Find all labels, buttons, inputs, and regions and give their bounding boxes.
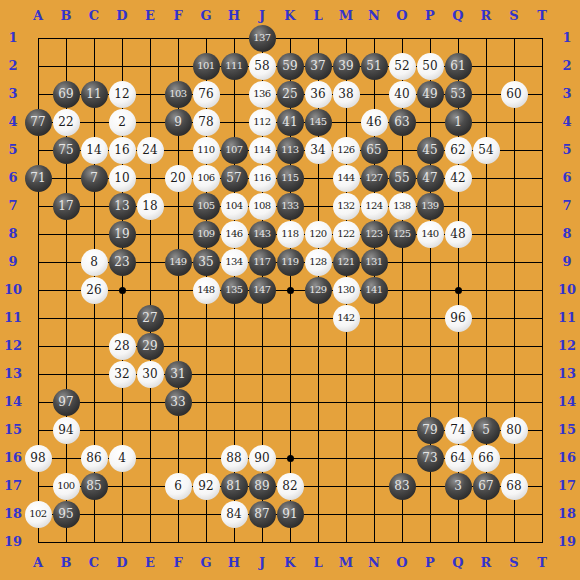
row-label-left-1: 1 (0, 30, 26, 46)
stone-move-number: 128 (309, 257, 326, 267)
stone-white-108-J7: 108 (249, 193, 276, 220)
stone-move-number: 139 (421, 201, 438, 211)
stone-move-number: 8 (90, 256, 98, 268)
stone-move-number: 136 (253, 89, 270, 99)
stone-move-number: 24 (142, 144, 157, 156)
stone-move-number: 116 (253, 173, 270, 183)
stone-white-36-L3: 36 (305, 81, 332, 108)
stone-move-number: 42 (450, 172, 465, 184)
stone-white-42-Q6: 42 (445, 165, 472, 192)
stone-black-51-N2: 51 (361, 53, 388, 80)
stone-black-9-F4: 9 (165, 109, 192, 136)
stone-move-number: 122 (337, 229, 354, 239)
stone-white-130-M10: 130 (333, 277, 360, 304)
stone-white-86-C16: 86 (81, 445, 108, 472)
stone-black-103-F3: 103 (165, 81, 192, 108)
stone-move-number: 53 (450, 88, 465, 100)
stone-black-47-P6: 47 (417, 165, 444, 192)
stone-move-number: 86 (86, 452, 101, 464)
col-label-top-H: H (220, 8, 248, 24)
row-label-left-4: 4 (0, 114, 26, 130)
stone-black-33-F14: 33 (165, 389, 192, 416)
col-label-top-E: E (136, 8, 164, 24)
stone-white-60-S3: 60 (501, 81, 528, 108)
stone-move-number: 125 (393, 229, 410, 239)
stone-move-number: 73 (422, 452, 437, 464)
stone-move-number: 10 (114, 172, 129, 184)
col-label-bottom-K: K (276, 555, 304, 571)
stone-black-27-E11: 27 (137, 305, 164, 332)
row-label-right-8: 8 (554, 226, 580, 242)
row-label-left-3: 3 (0, 86, 26, 102)
col-label-top-N: N (360, 8, 388, 24)
stone-white-4-D16: 4 (109, 445, 136, 472)
stone-white-28-D12: 28 (109, 333, 136, 360)
stone-white-52-O2: 52 (389, 53, 416, 80)
stone-move-number: 107 (225, 145, 242, 155)
col-label-top-G: G (192, 8, 220, 24)
stone-move-number: 71 (30, 172, 45, 184)
stone-black-143-J8: 143 (249, 221, 276, 248)
stone-white-14-C5: 14 (81, 137, 108, 164)
stone-move-number: 118 (281, 229, 298, 239)
star-point-K16 (287, 455, 294, 462)
stone-move-number: 149 (169, 257, 186, 267)
stone-move-number: 87 (254, 508, 269, 520)
stone-white-18-E7: 18 (137, 193, 164, 220)
stone-black-19-D8: 19 (109, 221, 136, 248)
stone-white-22-B4: 22 (53, 109, 80, 136)
stone-black-41-K4: 41 (277, 109, 304, 136)
stone-move-number: 131 (365, 257, 382, 267)
stone-black-35-G9: 35 (193, 249, 220, 276)
stone-move-number: 102 (29, 509, 46, 519)
stone-move-number: 61 (450, 60, 465, 72)
col-label-bottom-M: M (332, 555, 360, 571)
stone-black-13-D7: 13 (109, 193, 136, 220)
stone-move-number: 34 (310, 144, 325, 156)
stone-move-number: 26 (86, 284, 101, 296)
row-label-left-13: 13 (0, 366, 26, 382)
row-label-right-14: 14 (554, 394, 580, 410)
stone-move-number: 62 (450, 144, 465, 156)
stone-black-71-A6: 71 (25, 165, 52, 192)
col-label-bottom-O: O (388, 555, 416, 571)
stone-black-57-H6: 57 (221, 165, 248, 192)
stone-move-number: 63 (394, 116, 409, 128)
stone-black-111-H2: 111 (221, 53, 248, 80)
row-label-right-13: 13 (554, 366, 580, 382)
col-label-bottom-Q: Q (444, 555, 472, 571)
stone-black-17-B7: 17 (53, 193, 80, 220)
col-label-top-A: A (24, 8, 52, 24)
stone-black-129-L10: 129 (305, 277, 332, 304)
stone-move-number: 105 (197, 201, 214, 211)
row-label-right-16: 16 (554, 450, 580, 466)
stone-black-87-J18: 87 (249, 501, 276, 528)
stone-move-number: 9 (174, 116, 182, 128)
stone-white-16-D5: 16 (109, 137, 136, 164)
stone-move-number: 58 (254, 60, 269, 72)
stone-black-65-N5: 65 (361, 137, 388, 164)
stone-white-94-B15: 94 (53, 417, 80, 444)
row-label-right-11: 11 (554, 310, 580, 326)
star-point-K10 (287, 287, 294, 294)
stone-black-67-R17: 67 (473, 473, 500, 500)
stone-move-number: 39 (338, 60, 353, 72)
stone-white-114-J5: 114 (249, 137, 276, 164)
stone-black-105-G7: 105 (193, 193, 220, 220)
stone-move-number: 29 (142, 340, 157, 352)
stone-move-number: 108 (253, 201, 270, 211)
stone-black-149-F9: 149 (165, 249, 192, 276)
stone-white-148-G10: 148 (193, 277, 220, 304)
row-label-left-15: 15 (0, 422, 26, 438)
stone-white-132-M7: 132 (333, 193, 360, 220)
stone-move-number: 81 (226, 480, 241, 492)
row-label-right-10: 10 (554, 282, 580, 298)
stone-black-3-Q17: 3 (445, 473, 472, 500)
col-label-bottom-D: D (108, 555, 136, 571)
stone-black-11-C3: 11 (81, 81, 108, 108)
col-label-bottom-T: T (528, 555, 556, 571)
row-label-right-9: 9 (554, 254, 580, 270)
stone-black-39-M2: 39 (333, 53, 360, 80)
stone-white-126-M5: 126 (333, 137, 360, 164)
stone-black-121-M9: 121 (333, 249, 360, 276)
stone-white-74-Q15: 74 (445, 417, 472, 444)
col-label-top-C: C (80, 8, 108, 24)
stone-move-number: 67 (478, 480, 493, 492)
row-label-left-14: 14 (0, 394, 26, 410)
col-label-bottom-P: P (416, 555, 444, 571)
stone-black-79-P15: 79 (417, 417, 444, 444)
stone-move-number: 145 (309, 117, 326, 127)
stone-move-number: 91 (282, 508, 297, 520)
stone-move-number: 57 (226, 172, 241, 184)
col-label-top-K: K (276, 8, 304, 24)
stone-move-number: 65 (366, 144, 381, 156)
stone-white-8-C9: 8 (81, 249, 108, 276)
stone-black-139-P7: 139 (417, 193, 444, 220)
stone-move-number: 95 (58, 508, 73, 520)
stone-move-number: 54 (478, 144, 493, 156)
stone-move-number: 49 (422, 88, 437, 100)
stone-move-number: 132 (337, 201, 354, 211)
stone-black-75-B5: 75 (53, 137, 80, 164)
stone-white-122-M8: 122 (333, 221, 360, 248)
stone-black-141-N10: 141 (361, 277, 388, 304)
stone-move-number: 129 (309, 285, 326, 295)
row-label-left-19: 19 (0, 534, 26, 550)
col-label-top-T: T (528, 8, 556, 24)
stone-move-number: 144 (337, 173, 354, 183)
stone-move-number: 6 (174, 480, 182, 492)
stone-white-134-H9: 134 (221, 249, 248, 276)
row-label-right-12: 12 (554, 338, 580, 354)
stone-black-91-K18: 91 (277, 501, 304, 528)
col-label-bottom-A: A (24, 555, 52, 571)
stone-move-number: 32 (114, 368, 129, 380)
stone-black-25-K3: 25 (277, 81, 304, 108)
stone-move-number: 103 (169, 89, 186, 99)
stone-move-number: 19 (114, 228, 129, 240)
stone-white-48-Q8: 48 (445, 221, 472, 248)
stone-white-76-G3: 76 (193, 81, 220, 108)
stone-move-number: 146 (225, 229, 242, 239)
stone-move-number: 138 (393, 201, 410, 211)
stone-black-137-J1: 137 (249, 25, 276, 52)
stone-black-31-F13: 31 (165, 361, 192, 388)
col-label-bottom-S: S (500, 555, 528, 571)
stone-move-number: 117 (253, 257, 270, 267)
stone-white-34-L5: 34 (305, 137, 332, 164)
stone-move-number: 137 (253, 33, 270, 43)
stone-move-number: 84 (226, 508, 241, 520)
row-label-left-6: 6 (0, 170, 26, 186)
stone-move-number: 115 (281, 173, 298, 183)
stone-move-number: 37 (310, 60, 325, 72)
stone-move-number: 127 (365, 173, 382, 183)
stone-white-24-E5: 24 (137, 137, 164, 164)
stone-move-number: 89 (254, 480, 269, 492)
stone-white-102-A18: 102 (25, 501, 52, 528)
stone-move-number: 3 (454, 480, 462, 492)
stone-move-number: 40 (394, 88, 409, 100)
stone-black-1-Q4: 1 (445, 109, 472, 136)
stone-black-147-J10: 147 (249, 277, 276, 304)
col-label-top-P: P (416, 8, 444, 24)
stone-black-119-K9: 119 (277, 249, 304, 276)
stone-white-106-G6: 106 (193, 165, 220, 192)
stone-move-number: 38 (338, 88, 353, 100)
row-label-right-3: 3 (554, 86, 580, 102)
col-label-bottom-L: L (304, 555, 332, 571)
row-label-right-15: 15 (554, 422, 580, 438)
stone-move-number: 60 (506, 88, 521, 100)
stone-move-number: 20 (170, 172, 185, 184)
stone-white-64-Q16: 64 (445, 445, 472, 472)
stone-move-number: 68 (506, 480, 521, 492)
stone-black-5-R15: 5 (473, 417, 500, 444)
col-label-top-J: J (248, 8, 276, 24)
stone-white-110-G5: 110 (193, 137, 220, 164)
row-label-left-16: 16 (0, 450, 26, 466)
stone-white-142-M11: 142 (333, 305, 360, 332)
stone-white-124-N7: 124 (361, 193, 388, 220)
star-point-D10 (119, 287, 126, 294)
stone-black-81-H17: 81 (221, 473, 248, 500)
stone-move-number: 12 (114, 88, 129, 100)
stone-move-number: 141 (365, 285, 382, 295)
col-label-top-S: S (500, 8, 528, 24)
stone-white-12-D3: 12 (109, 81, 136, 108)
stone-move-number: 77 (30, 116, 45, 128)
stone-black-127-N6: 127 (361, 165, 388, 192)
stone-move-number: 90 (254, 452, 269, 464)
col-label-top-L: L (304, 8, 332, 24)
stone-white-120-L8: 120 (305, 221, 332, 248)
stone-move-number: 120 (309, 229, 326, 239)
stone-black-77-A4: 77 (25, 109, 52, 136)
stone-black-107-H5: 107 (221, 137, 248, 164)
stone-black-29-E12: 29 (137, 333, 164, 360)
stone-move-number: 133 (281, 201, 298, 211)
stone-move-number: 110 (197, 145, 214, 155)
stone-move-number: 80 (506, 424, 521, 436)
row-label-right-7: 7 (554, 198, 580, 214)
stone-move-number: 85 (86, 480, 101, 492)
stone-move-number: 94 (58, 424, 73, 436)
stone-move-number: 101 (197, 61, 214, 71)
stone-move-number: 96 (450, 312, 465, 324)
col-label-top-B: B (52, 8, 80, 24)
stone-white-26-C10: 26 (81, 277, 108, 304)
stone-move-number: 119 (281, 257, 298, 267)
stone-white-58-J2: 58 (249, 53, 276, 80)
stone-move-number: 126 (337, 145, 354, 155)
stone-move-number: 31 (170, 368, 185, 380)
col-label-bottom-B: B (52, 555, 80, 571)
stone-black-85-C17: 85 (81, 473, 108, 500)
col-label-top-F: F (164, 8, 192, 24)
stone-move-number: 111 (225, 61, 242, 71)
stone-black-125-O8: 125 (389, 221, 416, 248)
stone-black-49-P3: 49 (417, 81, 444, 108)
stone-move-number: 17 (58, 200, 73, 212)
stone-black-123-N8: 123 (361, 221, 388, 248)
stone-move-number: 148 (197, 285, 214, 295)
stone-black-59-K2: 59 (277, 53, 304, 80)
stone-move-number: 51 (366, 60, 381, 72)
col-label-bottom-F: F (164, 555, 192, 571)
stone-move-number: 64 (450, 452, 465, 464)
stone-move-number: 113 (281, 145, 298, 155)
stone-move-number: 22 (58, 116, 73, 128)
stone-black-97-B14: 97 (53, 389, 80, 416)
stone-move-number: 30 (142, 368, 157, 380)
stone-black-135-H10: 135 (221, 277, 248, 304)
stone-black-61-Q2: 61 (445, 53, 472, 80)
row-label-right-18: 18 (554, 506, 580, 522)
stone-move-number: 35 (198, 256, 213, 268)
stone-white-40-O3: 40 (389, 81, 416, 108)
stone-white-144-M6: 144 (333, 165, 360, 192)
stone-white-10-D6: 10 (109, 165, 136, 192)
stone-move-number: 5 (482, 424, 490, 436)
col-label-top-R: R (472, 8, 500, 24)
stone-black-145-L4: 145 (305, 109, 332, 136)
stone-white-92-G17: 92 (193, 473, 220, 500)
row-label-left-7: 7 (0, 198, 26, 214)
stone-white-20-F6: 20 (165, 165, 192, 192)
stone-move-number: 23 (114, 256, 129, 268)
stone-black-69-B3: 69 (53, 81, 80, 108)
stone-white-88-H16: 88 (221, 445, 248, 472)
stone-move-number: 59 (282, 60, 297, 72)
col-label-top-O: O (388, 8, 416, 24)
stone-move-number: 76 (198, 88, 213, 100)
stone-black-133-K7: 133 (277, 193, 304, 220)
stone-white-32-D13: 32 (109, 361, 136, 388)
stone-white-112-J4: 112 (249, 109, 276, 136)
stone-move-number: 16 (114, 144, 129, 156)
stone-white-100-B17: 100 (53, 473, 80, 500)
row-label-right-19: 19 (554, 534, 580, 550)
stone-move-number: 48 (450, 228, 465, 240)
row-label-left-8: 8 (0, 226, 26, 242)
stone-move-number: 52 (394, 60, 409, 72)
stone-move-number: 83 (394, 480, 409, 492)
stone-move-number: 78 (198, 116, 213, 128)
stone-move-number: 66 (478, 452, 493, 464)
stone-black-55-O6: 55 (389, 165, 416, 192)
col-label-bottom-R: R (472, 555, 500, 571)
stone-white-82-K17: 82 (277, 473, 304, 500)
stone-black-45-P5: 45 (417, 137, 444, 164)
col-label-bottom-N: N (360, 555, 388, 571)
stone-black-23-D9: 23 (109, 249, 136, 276)
stone-move-number: 106 (197, 173, 214, 183)
row-label-left-17: 17 (0, 478, 26, 494)
stone-move-number: 135 (225, 285, 242, 295)
stone-white-96-Q11: 96 (445, 305, 472, 332)
stone-white-90-J16: 90 (249, 445, 276, 472)
row-label-left-5: 5 (0, 142, 26, 158)
stone-black-95-B18: 95 (53, 501, 80, 528)
row-label-left-10: 10 (0, 282, 26, 298)
stone-move-number: 82 (282, 480, 297, 492)
stone-move-number: 36 (310, 88, 325, 100)
stone-move-number: 75 (58, 144, 73, 156)
row-label-right-1: 1 (554, 30, 580, 46)
stone-move-number: 46 (366, 116, 381, 128)
stone-black-89-J17: 89 (249, 473, 276, 500)
stone-move-number: 121 (337, 257, 354, 267)
stone-move-number: 109 (197, 229, 214, 239)
stone-move-number: 18 (142, 200, 157, 212)
stone-move-number: 114 (253, 145, 270, 155)
stone-move-number: 27 (142, 312, 157, 324)
stone-white-80-S15: 80 (501, 417, 528, 444)
stone-move-number: 124 (365, 201, 382, 211)
stone-move-number: 25 (282, 88, 297, 100)
stone-white-54-R5: 54 (473, 137, 500, 164)
row-label-left-12: 12 (0, 338, 26, 354)
stone-move-number: 123 (365, 229, 382, 239)
row-label-left-2: 2 (0, 58, 26, 74)
star-point-Q10 (455, 287, 462, 294)
stone-move-number: 33 (170, 396, 185, 408)
col-label-bottom-G: G (192, 555, 220, 571)
stone-move-number: 7 (90, 172, 98, 184)
stone-move-number: 112 (253, 117, 270, 127)
col-label-top-M: M (332, 8, 360, 24)
stone-white-30-E13: 30 (137, 361, 164, 388)
row-label-right-2: 2 (554, 58, 580, 74)
stone-move-number: 92 (198, 480, 213, 492)
row-label-right-4: 4 (554, 114, 580, 130)
stone-black-115-K6: 115 (277, 165, 304, 192)
stone-move-number: 97 (58, 396, 73, 408)
stone-move-number: 142 (337, 313, 354, 323)
goban-screen: AABBCCDDEEFFGGHHJJKKLLMMNNOOPPQQRRSSTT11… (0, 0, 580, 580)
stone-move-number: 2 (118, 116, 126, 128)
stone-move-number: 4 (118, 452, 126, 464)
stone-black-83-O17: 83 (389, 473, 416, 500)
stone-white-84-H18: 84 (221, 501, 248, 528)
stone-move-number: 14 (86, 144, 101, 156)
